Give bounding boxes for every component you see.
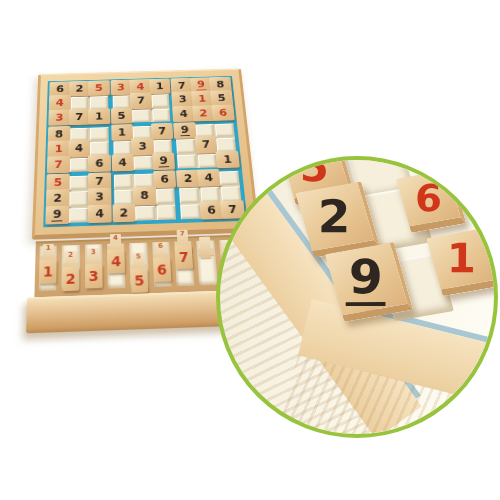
sudoku-cell-r5c2[interactable]: 4 — [70, 143, 89, 157]
sudoku-cell-r6c1[interactable]: 7 — [49, 158, 68, 172]
board-tile-7[interactable]: 7 — [151, 123, 174, 140]
digit-5: 5 — [217, 94, 226, 104]
drawer-tile-7[interactable]: 7 — [175, 245, 193, 269]
sudoku-cell-r6c4[interactable]: 4 — [113, 156, 132, 170]
sudoku-cell-r5c6[interactable] — [153, 140, 172, 154]
digit-5: 5 — [136, 253, 141, 261]
sudoku-cell-r2c5[interactable]: 7 — [132, 95, 150, 108]
sudoku-cell-r9c2[interactable] — [69, 208, 88, 223]
digit-7: 7 — [180, 230, 185, 238]
digit-2: 2 — [318, 193, 351, 238]
digit-6: 6 — [207, 204, 216, 215]
board-tile-5[interactable]: 5 — [111, 107, 133, 124]
digit-7: 7 — [178, 250, 189, 264]
digit-6: 6 — [157, 262, 168, 276]
sudoku-cell-r3c7[interactable]: 4 — [174, 108, 193, 121]
drawer-tile-5[interactable]: 5 — [131, 268, 149, 293]
board-tile-4[interactable]: 4 — [197, 169, 221, 187]
digit-8: 8 — [216, 80, 225, 90]
board-tile-2[interactable]: 2 — [69, 81, 90, 97]
stacked-tile-top — [199, 237, 212, 259]
sudoku-cell-r3c5[interactable] — [132, 109, 150, 122]
sudoku-cell-r4c4[interactable]: 1 — [113, 126, 131, 140]
sudoku-cell-r3c3[interactable]: 1 — [90, 110, 108, 123]
sudoku-cell-r4c7[interactable]: 9 — [175, 125, 194, 139]
sudoku-cell-r4c9[interactable] — [215, 123, 234, 137]
board-tile-1[interactable]: 1 — [88, 108, 110, 125]
digit-4: 4 — [204, 172, 213, 183]
digit-7: 7 — [54, 159, 63, 170]
digit-7: 7 — [95, 176, 103, 187]
digit-2: 2 — [66, 272, 76, 286]
digit-3: 3 — [89, 269, 99, 283]
board-tile-9[interactable]: 9 — [45, 205, 69, 224]
digit-2: 2 — [199, 108, 208, 118]
sudoku-box-8: 682 — [114, 173, 177, 221]
board-tile-1[interactable]: 1 — [149, 78, 171, 94]
sudoku-cell-r4c3[interactable] — [90, 127, 108, 141]
digit-9: 9 — [346, 252, 386, 305]
sudoku-cell-r5c9[interactable] — [217, 138, 237, 152]
digit-4: 4 — [111, 254, 121, 268]
drawer-slot-4: 44 — [107, 243, 126, 288]
drawer-tile-3[interactable]: 3 — [85, 264, 102, 289]
board-tile-7[interactable]: 7 — [47, 156, 70, 174]
drawer-slot-3: 33 — [85, 244, 103, 289]
sudoku-cell-r8c8[interactable] — [200, 187, 220, 202]
grid-border: 6254371341757983154268147617349971572394… — [43, 76, 247, 227]
sudoku-cell-r8c9[interactable] — [221, 187, 241, 202]
sudoku-cell-r6c2[interactable] — [69, 158, 88, 172]
digit-3: 3 — [55, 112, 63, 122]
detail-inset: 52961 — [216, 156, 498, 438]
digit-2: 2 — [119, 207, 128, 218]
sudoku-cell-r5c8[interactable]: 7 — [196, 139, 215, 153]
digit-7: 7 — [202, 140, 211, 150]
sudoku-box-1: 6254371 — [50, 83, 108, 125]
board-tile-3[interactable]: 3 — [131, 138, 154, 155]
sudoku-cell-r8c6[interactable] — [156, 189, 176, 204]
sudoku-cell-r5c5[interactable]: 3 — [133, 141, 152, 155]
sudoku-cell-r9c6[interactable] — [156, 205, 176, 220]
sudoku-cell-r3c4[interactable]: 5 — [113, 110, 131, 123]
digit-7: 7 — [158, 126, 167, 136]
product-photo: 6254371341757983154268147617349971572394… — [0, 0, 500, 500]
board-tile-7[interactable]: 7 — [194, 136, 217, 153]
digit-1: 1 — [446, 239, 475, 279]
board-tile-6[interactable]: 6 — [153, 170, 177, 188]
sudoku-cell-r6c8[interactable] — [198, 154, 218, 168]
digit-7: 7 — [228, 204, 238, 215]
sudoku-cell-r6c7[interactable] — [177, 154, 196, 168]
digit-4: 4 — [179, 109, 188, 119]
digit-9: 9 — [158, 155, 169, 167]
sudoku-cell-r3c8[interactable]: 2 — [194, 107, 213, 120]
digit-1: 1 — [118, 127, 126, 137]
digit-6: 6 — [160, 174, 169, 185]
sudoku-cell-r7c4[interactable] — [114, 174, 133, 189]
digit-2: 2 — [75, 84, 83, 94]
sudoku-cell-r9c4[interactable]: 2 — [114, 206, 134, 221]
digit-3: 3 — [91, 248, 96, 256]
digit-8: 8 — [140, 190, 149, 201]
drawer-slot-7: 77 — [174, 241, 194, 286]
board-tile-4[interactable]: 4 — [68, 140, 90, 157]
drawer-slot-2: 22 — [62, 245, 80, 290]
sudoku-box-9: 2467 — [178, 171, 243, 219]
digit-4: 4 — [95, 208, 104, 220]
digit-5: 5 — [54, 177, 63, 188]
digit-1: 1 — [46, 244, 51, 252]
sudoku-cell-r7c2[interactable] — [69, 176, 88, 191]
sudoku-cell-r6c5[interactable] — [134, 156, 153, 170]
sudoku-cell-r9c9[interactable]: 7 — [223, 203, 244, 218]
sudoku-cell-r3c1[interactable]: 3 — [50, 112, 68, 125]
drawer-tile-2[interactable]: 2 — [62, 266, 79, 291]
sudoku-cell-r7c6[interactable]: 6 — [155, 173, 175, 188]
digit-6: 6 — [95, 158, 103, 169]
board-tile-9[interactable]: 9 — [173, 122, 196, 139]
board-tile-7[interactable]: 7 — [130, 93, 152, 109]
board-tile-1[interactable]: 1 — [216, 151, 240, 169]
sudoku-cell-r3c6[interactable] — [152, 109, 171, 122]
digit-1: 1 — [95, 111, 103, 121]
sudoku-cell-r8c2[interactable] — [69, 191, 88, 206]
sudoku-cell-r8c5[interactable]: 8 — [135, 189, 155, 204]
digit-4: 4 — [113, 234, 118, 242]
digit-4: 4 — [136, 82, 144, 92]
digit-7: 7 — [75, 112, 83, 122]
digit-5: 5 — [134, 273, 144, 287]
digit-4: 4 — [56, 98, 64, 108]
digit-1: 1 — [54, 144, 62, 155]
sudoku-cell-r8c7[interactable] — [179, 188, 199, 203]
board-tile-1[interactable]: 1 — [111, 124, 133, 141]
sudoku-box-7: 572394 — [47, 175, 109, 224]
sudoku-cell-r6c6[interactable]: 9 — [154, 155, 173, 169]
sudoku-cell-r3c9[interactable]: 6 — [214, 107, 233, 120]
drawer-tile-6[interactable]: 6 — [153, 257, 171, 282]
sudoku-cell-r7c9[interactable] — [220, 171, 240, 186]
digit-3: 3 — [138, 141, 147, 151]
digit-2: 2 — [68, 251, 73, 259]
board-tile-6[interactable]: 6 — [212, 104, 235, 120]
digit-5: 5 — [299, 156, 328, 188]
board-tile-3[interactable]: 3 — [110, 80, 132, 96]
digit-8: 8 — [55, 129, 63, 139]
drawer-slot-5: 55 — [129, 243, 148, 288]
digit-6: 6 — [56, 84, 64, 94]
sudoku-cell-r7c8[interactable]: 4 — [199, 172, 219, 187]
sudoku-cell-r5c7[interactable] — [176, 139, 195, 153]
digit-6: 6 — [219, 108, 228, 118]
drawer-slot-6: 66 — [152, 242, 172, 287]
drawer-tile-4[interactable]: 4 — [108, 249, 125, 273]
sudoku-cell-r7c7[interactable]: 2 — [178, 172, 198, 187]
sudoku-cell-r6c3[interactable]: 6 — [90, 157, 109, 171]
board-tile-6[interactable]: 6 — [88, 154, 111, 172]
sudoku-box-3: 798315426 — [173, 79, 233, 121]
digit-2: 2 — [184, 173, 193, 184]
sudoku-box-5: 17349 — [113, 125, 174, 170]
digit-1: 1 — [223, 154, 232, 165]
sudoku-cell-r2c6[interactable] — [151, 95, 169, 108]
sudoku-cell-r5c4[interactable] — [113, 141, 132, 155]
sudoku-cell-r1c4[interactable]: 3 — [112, 82, 130, 95]
drawer-tile-1[interactable]: 1 — [39, 259, 56, 284]
digit-2: 2 — [53, 193, 62, 204]
digit-9: 9 — [196, 80, 206, 91]
sudoku-cell-r9c1[interactable]: 9 — [47, 208, 67, 223]
digit-1: 1 — [198, 94, 207, 104]
sudoku-cell-r4c6[interactable]: 7 — [153, 125, 172, 139]
sudoku-cell-r5c3[interactable] — [90, 142, 109, 156]
sudoku-box-4: 81476 — [49, 127, 109, 172]
sudoku-cell-r1c6[interactable]: 1 — [151, 81, 169, 94]
sudoku-cell-r8c1[interactable]: 2 — [48, 192, 67, 207]
board-tile-4[interactable]: 4 — [111, 154, 134, 172]
sudoku-box-6: 971 — [175, 123, 237, 168]
sudoku-cell-r1c2[interactable]: 2 — [71, 83, 89, 96]
sudoku-box-2: 34175 — [112, 81, 171, 123]
sudoku-cell-r8c4[interactable] — [114, 190, 133, 205]
sudoku-cell-r9c7[interactable] — [180, 204, 200, 219]
board-tile-8[interactable]: 8 — [133, 187, 157, 206]
digit-3: 3 — [178, 95, 187, 105]
digit-6: 6 — [414, 179, 441, 216]
board-tile-9[interactable]: 9 — [152, 152, 175, 170]
board-tile-7[interactable]: 7 — [68, 109, 90, 126]
drawer-slot-8 — [197, 240, 218, 285]
sudoku-cell-r5c1[interactable]: 1 — [49, 143, 68, 157]
sudoku-cell-r9c3[interactable]: 4 — [90, 207, 109, 222]
digit-6: 6 — [158, 242, 163, 250]
sudoku-cell-r8c3[interactable]: 3 — [90, 191, 109, 206]
board-tile-4[interactable]: 4 — [88, 204, 111, 223]
board-tile-3[interactable]: 3 — [48, 109, 70, 126]
digit-1: 1 — [43, 264, 53, 278]
drawer-slots: 11223344556677 — [34, 235, 245, 298]
digit-3: 3 — [117, 83, 125, 93]
drawer-slot-1: 11 — [39, 246, 57, 291]
digit-5: 5 — [95, 83, 103, 93]
sudoku-grid: 6254371341757983154268147617349971572394… — [47, 79, 243, 224]
sudoku-cell-r9c8[interactable]: 6 — [201, 203, 221, 218]
digit-3: 3 — [95, 192, 104, 203]
sudoku-cell-r6c9[interactable]: 1 — [218, 153, 238, 167]
digit-9: 9 — [52, 208, 63, 221]
digit-4: 4 — [75, 143, 83, 154]
wood-frame: 6254371341757983154268147617349971572394… — [32, 68, 260, 239]
sudoku-cell-r3c2[interactable]: 7 — [70, 111, 88, 124]
digit-4: 4 — [118, 157, 127, 168]
board-tile-5[interactable]: 5 — [88, 80, 109, 96]
digit-1: 1 — [156, 82, 164, 92]
sudoku-board: 6254371341757983154268147617349971572394… — [32, 68, 260, 239]
board-tile-2[interactable]: 2 — [112, 203, 136, 222]
digit-5: 5 — [118, 111, 126, 121]
sudoku-cell-r1c3[interactable]: 5 — [90, 83, 108, 96]
digit-9: 9 — [180, 125, 191, 136]
digit-7: 7 — [178, 81, 186, 91]
digit-7: 7 — [137, 96, 145, 106]
sudoku-cell-r9c5[interactable] — [135, 205, 155, 220]
